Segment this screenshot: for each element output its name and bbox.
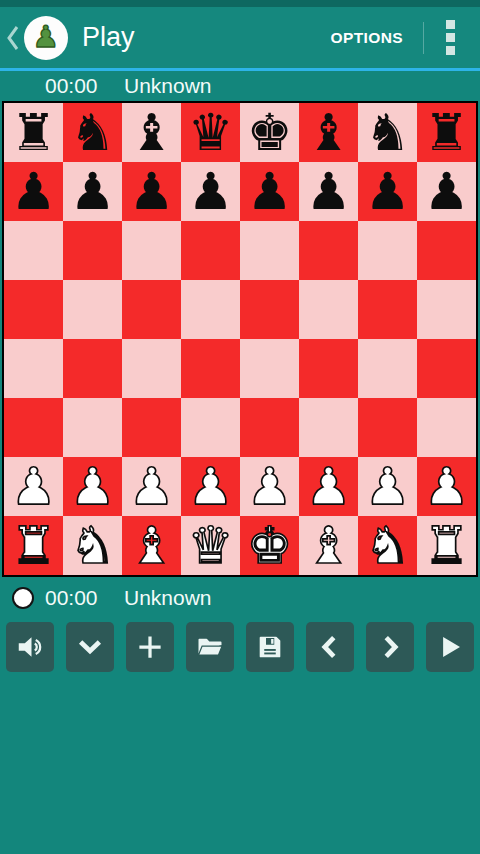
square-d6[interactable]	[181, 221, 240, 280]
square-d7[interactable]: ♟	[181, 162, 240, 221]
square-f6[interactable]	[299, 221, 358, 280]
square-g7[interactable]: ♟	[358, 162, 417, 221]
square-b8[interactable]: ♞	[63, 103, 122, 162]
square-e5[interactable]	[240, 280, 299, 339]
square-h5[interactable]	[417, 280, 476, 339]
play-button[interactable]	[426, 622, 474, 672]
overflow-menu-button[interactable]	[430, 14, 470, 62]
square-d1[interactable]: ♛	[181, 516, 240, 575]
square-g8[interactable]: ♞	[358, 103, 417, 162]
black-queen-piece: ♛	[188, 103, 234, 162]
square-f5[interactable]	[299, 280, 358, 339]
chevron-right-icon	[375, 632, 405, 662]
square-c2[interactable]: ♟	[122, 457, 181, 516]
square-f2[interactable]: ♟	[299, 457, 358, 516]
black-pawn-piece: ♟	[306, 162, 352, 221]
white-king-piece: ♚	[247, 516, 293, 575]
white-pawn-piece: ♟	[70, 457, 116, 516]
white-to-move-indicator	[12, 587, 34, 609]
square-c4[interactable]	[122, 339, 181, 398]
square-f1[interactable]: ♝	[299, 516, 358, 575]
square-h1[interactable]: ♜	[417, 516, 476, 575]
square-d5[interactable]	[181, 280, 240, 339]
white-player-name: Unknown	[124, 586, 212, 610]
toolbar	[0, 618, 480, 672]
square-g4[interactable]	[358, 339, 417, 398]
white-pawn-piece: ♟	[306, 457, 352, 516]
back-button[interactable]	[4, 16, 22, 60]
black-pawn-piece: ♟	[247, 162, 293, 221]
square-b7[interactable]: ♟	[63, 162, 122, 221]
sound-button[interactable]	[6, 622, 54, 672]
square-b3[interactable]	[63, 398, 122, 457]
page-title: Play	[82, 22, 316, 53]
square-d3[interactable]	[181, 398, 240, 457]
save-game-button[interactable]	[246, 622, 294, 672]
square-g5[interactable]	[358, 280, 417, 339]
black-player-name: Unknown	[124, 74, 212, 98]
white-player-row: 00:00 Unknown	[0, 577, 480, 618]
square-d4[interactable]	[181, 339, 240, 398]
square-g1[interactable]: ♞	[358, 516, 417, 575]
options-button[interactable]: OPTIONS	[316, 19, 417, 57]
white-pawn-piece: ♟	[188, 457, 234, 516]
black-bishop-piece: ♝	[129, 103, 175, 162]
save-floppy-icon	[255, 632, 285, 662]
chess-board: ♜♞♝♛♚♝♞♜♟♟♟♟♟♟♟♟♟♟♟♟♟♟♟♟♜♞♝♛♚♝♞♜	[2, 101, 478, 577]
black-clock: 00:00	[45, 74, 107, 98]
forward-move-button[interactable]	[366, 622, 414, 672]
white-pawn-piece: ♟	[365, 457, 411, 516]
black-rook-piece: ♜	[424, 103, 470, 162]
chevron-left-icon	[315, 632, 345, 662]
square-b2[interactable]: ♟	[63, 457, 122, 516]
plus-icon	[135, 632, 165, 662]
appbar-divider	[423, 22, 424, 54]
black-king-piece: ♚	[247, 103, 293, 162]
black-player-row: 00:00 Unknown	[0, 71, 480, 101]
green-pawn-icon: ♟	[33, 22, 60, 52]
speaker-icon	[15, 632, 45, 662]
square-e3[interactable]	[240, 398, 299, 457]
black-knight-piece: ♞	[70, 103, 116, 162]
square-g6[interactable]	[358, 221, 417, 280]
square-e2[interactable]: ♟	[240, 457, 299, 516]
black-pawn-piece: ♟	[188, 162, 234, 221]
white-bishop-piece: ♝	[306, 516, 352, 575]
white-queen-piece: ♛	[188, 516, 234, 575]
square-e8[interactable]: ♚	[240, 103, 299, 162]
square-c6[interactable]	[122, 221, 181, 280]
square-a6[interactable]	[4, 221, 63, 280]
white-clock: 00:00	[45, 586, 107, 610]
open-game-button[interactable]	[186, 622, 234, 672]
white-rook-piece: ♜	[424, 516, 470, 575]
open-folder-icon	[195, 632, 225, 662]
square-a7[interactable]: ♟	[4, 162, 63, 221]
square-b1[interactable]: ♞	[63, 516, 122, 575]
vertical-ellipsis-icon	[446, 20, 455, 29]
square-h8[interactable]: ♜	[417, 103, 476, 162]
black-rook-piece: ♜	[11, 103, 57, 162]
square-h3[interactable]	[417, 398, 476, 457]
square-h7[interactable]: ♟	[417, 162, 476, 221]
white-rook-piece: ♜	[11, 516, 57, 575]
black-bishop-piece: ♝	[306, 103, 352, 162]
square-g2[interactable]: ♟	[358, 457, 417, 516]
square-d2[interactable]: ♟	[181, 457, 240, 516]
black-pawn-piece: ♟	[365, 162, 411, 221]
square-c3[interactable]	[122, 398, 181, 457]
square-f8[interactable]: ♝	[299, 103, 358, 162]
square-d8[interactable]: ♛	[181, 103, 240, 162]
square-c5[interactable]	[122, 280, 181, 339]
white-knight-piece: ♞	[70, 516, 116, 575]
square-a8[interactable]: ♜	[4, 103, 63, 162]
app-logo: ♟	[24, 16, 68, 60]
square-b4[interactable]	[63, 339, 122, 398]
status-bar-strip	[0, 0, 480, 7]
square-c7[interactable]: ♟	[122, 162, 181, 221]
black-knight-piece: ♞	[365, 103, 411, 162]
square-a1[interactable]: ♜	[4, 516, 63, 575]
black-pawn-piece: ♟	[11, 162, 57, 221]
square-a4[interactable]	[4, 339, 63, 398]
back-move-button[interactable]	[306, 622, 354, 672]
square-a3[interactable]	[4, 398, 63, 457]
square-b5[interactable]	[63, 280, 122, 339]
back-chevron-icon	[5, 23, 21, 53]
square-b6[interactable]	[63, 221, 122, 280]
square-h6[interactable]	[417, 221, 476, 280]
black-pawn-piece: ♟	[424, 162, 470, 221]
white-pawn-piece: ♟	[11, 457, 57, 516]
square-e1[interactable]: ♚	[240, 516, 299, 575]
app-bar: ♟ Play OPTIONS	[0, 7, 480, 68]
square-h4[interactable]	[417, 339, 476, 398]
square-f7[interactable]: ♟	[299, 162, 358, 221]
square-g3[interactable]	[358, 398, 417, 457]
square-f3[interactable]	[299, 398, 358, 457]
new-game-button[interactable]	[126, 622, 174, 672]
black-pawn-piece: ♟	[129, 162, 175, 221]
square-f4[interactable]	[299, 339, 358, 398]
play-triangle-icon	[435, 632, 465, 662]
square-h2[interactable]: ♟	[417, 457, 476, 516]
black-pawn-piece: ♟	[70, 162, 116, 221]
square-a5[interactable]	[4, 280, 63, 339]
square-e6[interactable]	[240, 221, 299, 280]
square-e7[interactable]: ♟	[240, 162, 299, 221]
square-e4[interactable]	[240, 339, 299, 398]
white-knight-piece: ♞	[365, 516, 411, 575]
square-c8[interactable]: ♝	[122, 103, 181, 162]
chevron-down-icon	[75, 632, 105, 662]
square-a2[interactable]: ♟	[4, 457, 63, 516]
white-bishop-piece: ♝	[129, 516, 175, 575]
white-pawn-piece: ♟	[424, 457, 470, 516]
square-c1[interactable]: ♝	[122, 516, 181, 575]
white-pawn-piece: ♟	[129, 457, 175, 516]
white-pawn-piece: ♟	[247, 457, 293, 516]
collapse-button[interactable]	[66, 622, 114, 672]
